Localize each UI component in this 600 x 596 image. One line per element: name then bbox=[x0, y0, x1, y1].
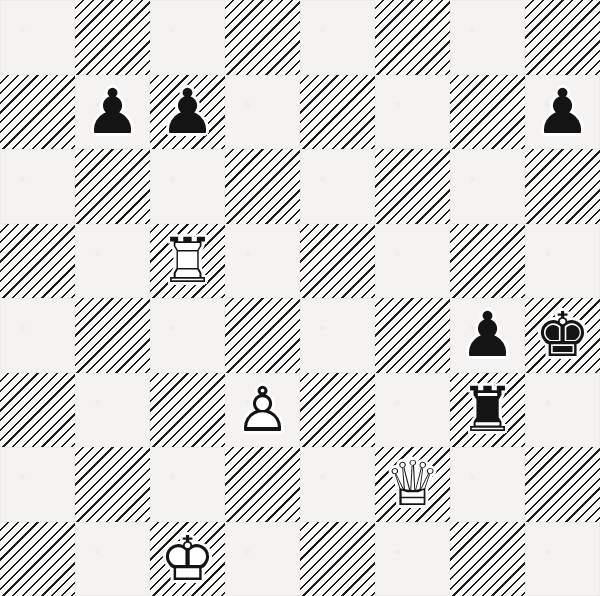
square-g7 bbox=[450, 75, 525, 150]
square-g2 bbox=[450, 447, 525, 522]
square-b7: ♟♟ bbox=[75, 75, 150, 150]
square-c5: ♜♖ bbox=[150, 224, 225, 299]
square-a5 bbox=[0, 224, 75, 299]
square-a6 bbox=[0, 149, 75, 224]
square-e8 bbox=[300, 0, 375, 75]
black-rook-halo: ♜ bbox=[450, 373, 525, 448]
black-pawn-halo: ♟ bbox=[75, 75, 150, 150]
piece-black-rook: ♜ bbox=[450, 373, 525, 448]
white-rook-halo: ♜ bbox=[150, 224, 225, 299]
piece-white-king: ♔ bbox=[150, 522, 225, 596]
square-h2 bbox=[525, 447, 600, 522]
square-c7: ♟♟ bbox=[150, 75, 225, 150]
square-a8 bbox=[0, 0, 75, 75]
square-b4 bbox=[75, 298, 150, 373]
square-g6 bbox=[450, 149, 525, 224]
square-c4 bbox=[150, 298, 225, 373]
square-f1 bbox=[375, 522, 450, 596]
white-queen-halo: ♛ bbox=[375, 447, 450, 522]
square-b1 bbox=[75, 522, 150, 596]
square-f4 bbox=[375, 298, 450, 373]
chess-board: ♟♟♟♟♟♟♜♖♟♟♚♚♟♙♜♜♛♕♚♔ bbox=[0, 0, 600, 596]
square-h7: ♟♟ bbox=[525, 75, 600, 150]
square-g5 bbox=[450, 224, 525, 299]
square-f6 bbox=[375, 149, 450, 224]
black-pawn-halo: ♟ bbox=[525, 75, 600, 150]
black-pawn-halo: ♟ bbox=[450, 298, 525, 373]
square-g4: ♟♟ bbox=[450, 298, 525, 373]
square-g1 bbox=[450, 522, 525, 596]
white-pawn-halo: ♟ bbox=[225, 373, 300, 448]
square-b6 bbox=[75, 149, 150, 224]
square-b2 bbox=[75, 447, 150, 522]
square-e7 bbox=[300, 75, 375, 150]
square-f3 bbox=[375, 373, 450, 448]
square-c6 bbox=[150, 149, 225, 224]
square-h3 bbox=[525, 373, 600, 448]
square-c1: ♚♔ bbox=[150, 522, 225, 596]
square-e5 bbox=[300, 224, 375, 299]
square-h8 bbox=[525, 0, 600, 75]
piece-white-pawn: ♙ bbox=[225, 373, 300, 448]
square-g8 bbox=[450, 0, 525, 75]
square-a1 bbox=[0, 522, 75, 596]
square-d4 bbox=[225, 298, 300, 373]
square-f5 bbox=[375, 224, 450, 299]
square-c3 bbox=[150, 373, 225, 448]
square-h4: ♚♚ bbox=[525, 298, 600, 373]
piece-black-king: ♚ bbox=[525, 298, 600, 373]
square-d5 bbox=[225, 224, 300, 299]
square-d1 bbox=[225, 522, 300, 596]
square-e2 bbox=[300, 447, 375, 522]
piece-black-pawn: ♟ bbox=[150, 75, 225, 150]
square-g3: ♜♜ bbox=[450, 373, 525, 448]
square-b8 bbox=[75, 0, 150, 75]
square-d8 bbox=[225, 0, 300, 75]
square-h6 bbox=[525, 149, 600, 224]
piece-white-queen: ♕ bbox=[375, 447, 450, 522]
square-d2 bbox=[225, 447, 300, 522]
square-c2 bbox=[150, 447, 225, 522]
piece-white-rook: ♖ bbox=[150, 224, 225, 299]
square-h1 bbox=[525, 522, 600, 596]
square-f7 bbox=[375, 75, 450, 150]
square-d7 bbox=[225, 75, 300, 150]
square-h5 bbox=[525, 224, 600, 299]
square-f2: ♛♕ bbox=[375, 447, 450, 522]
square-b5 bbox=[75, 224, 150, 299]
piece-black-pawn: ♟ bbox=[525, 75, 600, 150]
square-e4 bbox=[300, 298, 375, 373]
square-b3 bbox=[75, 373, 150, 448]
black-pawn-halo: ♟ bbox=[150, 75, 225, 150]
square-e6 bbox=[300, 149, 375, 224]
white-king-halo: ♚ bbox=[150, 522, 225, 596]
square-c8 bbox=[150, 0, 225, 75]
square-a7 bbox=[0, 75, 75, 150]
square-a2 bbox=[0, 447, 75, 522]
square-d6 bbox=[225, 149, 300, 224]
piece-black-pawn: ♟ bbox=[450, 298, 525, 373]
square-f8 bbox=[375, 0, 450, 75]
square-e3 bbox=[300, 373, 375, 448]
black-king-halo: ♚ bbox=[525, 298, 600, 373]
square-a3 bbox=[0, 373, 75, 448]
square-a4 bbox=[0, 298, 75, 373]
square-d3: ♟♙ bbox=[225, 373, 300, 448]
square-e1 bbox=[300, 522, 375, 596]
piece-black-pawn: ♟ bbox=[75, 75, 150, 150]
